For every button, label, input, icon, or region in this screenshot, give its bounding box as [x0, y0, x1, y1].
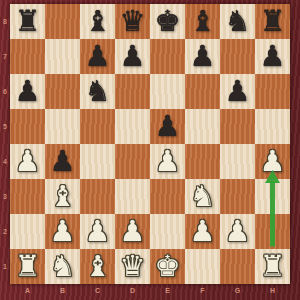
file-label-g: G	[220, 284, 255, 300]
file-label-f: F	[185, 284, 220, 300]
square-f1[interactable]	[185, 249, 220, 284]
square-d8[interactable]: ♛	[115, 4, 150, 39]
square-h2[interactable]	[255, 214, 290, 249]
piece-wP-e4[interactable]: ♟	[155, 144, 181, 179]
square-d1[interactable]: ♛	[115, 249, 150, 284]
piece-bK-e8[interactable]: ♚	[155, 4, 181, 39]
square-e7[interactable]	[150, 39, 185, 74]
square-f5[interactable]	[185, 109, 220, 144]
square-c2[interactable]: ♟	[80, 214, 115, 249]
piece-wK-e1[interactable]: ♚	[155, 249, 181, 284]
square-h1[interactable]: ♜	[255, 249, 290, 284]
piece-wB-b3[interactable]: ♝	[50, 179, 76, 214]
piece-bP-f7[interactable]: ♟	[190, 39, 216, 74]
square-f4[interactable]	[185, 144, 220, 179]
piece-bP-g6[interactable]: ♟	[225, 74, 251, 109]
rank-label-6: 6	[0, 74, 10, 109]
square-f8[interactable]: ♝	[185, 4, 220, 39]
square-d4[interactable]	[115, 144, 150, 179]
square-h6[interactable]	[255, 74, 290, 109]
piece-wN-b1[interactable]: ♞	[50, 249, 76, 284]
rank-labels: 87654321	[0, 4, 10, 284]
piece-bP-d7[interactable]: ♟	[120, 39, 146, 74]
rank-label-2: 2	[0, 214, 10, 249]
square-h7[interactable]: ♟	[255, 39, 290, 74]
rank-label-8: 8	[0, 4, 10, 39]
square-f3[interactable]: ♞	[185, 179, 220, 214]
square-e5[interactable]: ♟	[150, 109, 185, 144]
square-c6[interactable]: ♞	[80, 74, 115, 109]
file-label-a: A	[10, 284, 45, 300]
square-b5[interactable]	[45, 109, 80, 144]
square-g7[interactable]	[220, 39, 255, 74]
chessboard-frame: 87654321 ♜♝♛♚♝♞♜♟♟♟♟♟♞♟♟♟♟♟♟♝♞♟♟♟♟♟♜♞♝♛♚…	[0, 0, 300, 300]
file-label-e: E	[150, 284, 185, 300]
rank-label-3: 3	[0, 179, 10, 214]
square-c8[interactable]: ♝	[80, 4, 115, 39]
square-d5[interactable]	[115, 109, 150, 144]
square-d6[interactable]	[115, 74, 150, 109]
rank-label-5: 5	[0, 109, 10, 144]
piece-wR-a1[interactable]: ♜	[15, 249, 41, 284]
square-g3[interactable]	[220, 179, 255, 214]
square-f7[interactable]: ♟	[185, 39, 220, 74]
square-e2[interactable]	[150, 214, 185, 249]
file-label-d: D	[115, 284, 150, 300]
square-c1[interactable]: ♝	[80, 249, 115, 284]
square-a8[interactable]: ♜	[10, 4, 45, 39]
square-b8[interactable]	[45, 4, 80, 39]
piece-wB-c1[interactable]: ♝	[85, 249, 111, 284]
piece-bN-g8[interactable]: ♞	[225, 4, 251, 39]
square-g4[interactable]	[220, 144, 255, 179]
file-label-h: H	[255, 284, 290, 300]
square-c7[interactable]: ♟	[80, 39, 115, 74]
square-b2[interactable]: ♟	[45, 214, 80, 249]
piece-wP-a4[interactable]: ♟	[15, 144, 41, 179]
piece-wP-h4[interactable]: ♟	[260, 144, 286, 179]
square-g5[interactable]	[220, 109, 255, 144]
square-g1[interactable]	[220, 249, 255, 284]
square-c3[interactable]	[80, 179, 115, 214]
piece-bR-h8[interactable]: ♜	[260, 4, 286, 39]
piece-wP-d2[interactable]: ♟	[120, 214, 146, 249]
square-d3[interactable]	[115, 179, 150, 214]
piece-wQ-d1[interactable]: ♛	[120, 249, 146, 284]
square-h3[interactable]	[255, 179, 290, 214]
square-a1[interactable]: ♜	[10, 249, 45, 284]
square-d2[interactable]: ♟	[115, 214, 150, 249]
square-a5[interactable]	[10, 109, 45, 144]
file-label-c: C	[80, 284, 115, 300]
piece-bB-f8[interactable]: ♝	[190, 4, 216, 39]
piece-bP-e5[interactable]: ♟	[155, 109, 181, 144]
piece-wR-h1[interactable]: ♜	[260, 249, 286, 284]
square-e6[interactable]	[150, 74, 185, 109]
square-a7[interactable]	[10, 39, 45, 74]
square-a4[interactable]: ♟	[10, 144, 45, 179]
square-a3[interactable]	[10, 179, 45, 214]
piece-wN-f3[interactable]: ♞	[190, 179, 216, 214]
piece-bQ-d8[interactable]: ♛	[120, 4, 146, 39]
file-label-b: B	[45, 284, 80, 300]
piece-wP-g2[interactable]: ♟	[225, 214, 251, 249]
piece-bP-a6[interactable]: ♟	[15, 74, 41, 109]
square-b1[interactable]: ♞	[45, 249, 80, 284]
piece-bP-c7[interactable]: ♟	[85, 39, 111, 74]
square-b7[interactable]	[45, 39, 80, 74]
piece-wP-f2[interactable]: ♟	[190, 214, 216, 249]
piece-bB-c8[interactable]: ♝	[85, 4, 111, 39]
rank-label-7: 7	[0, 39, 10, 74]
board-area: ♜♝♛♚♝♞♜♟♟♟♟♟♞♟♟♟♟♟♟♝♞♟♟♟♟♟♜♞♝♛♚♜	[10, 4, 290, 284]
square-e1[interactable]: ♚	[150, 249, 185, 284]
square-e3[interactable]	[150, 179, 185, 214]
square-g6[interactable]: ♟	[220, 74, 255, 109]
square-c5[interactable]	[80, 109, 115, 144]
piece-wP-c2[interactable]: ♟	[85, 214, 111, 249]
piece-bR-a8[interactable]: ♜	[15, 4, 41, 39]
rank-label-1: 1	[0, 249, 10, 284]
rank-label-4: 4	[0, 144, 10, 179]
piece-bP-h7[interactable]: ♟	[260, 39, 286, 74]
square-f2[interactable]: ♟	[185, 214, 220, 249]
square-b4[interactable]: ♟	[45, 144, 80, 179]
square-g2[interactable]: ♟	[220, 214, 255, 249]
square-e4[interactable]: ♟	[150, 144, 185, 179]
square-h8[interactable]: ♜	[255, 4, 290, 39]
square-b6[interactable]	[45, 74, 80, 109]
chess-board: ♜♝♛♚♝♞♜♟♟♟♟♟♞♟♟♟♟♟♟♝♞♟♟♟♟♟♜♞♝♛♚♜	[10, 4, 290, 284]
file-labels: ABCDEFGH	[10, 284, 290, 300]
piece-bP-b4[interactable]: ♟	[50, 144, 76, 179]
square-a6[interactable]: ♟	[10, 74, 45, 109]
square-e8[interactable]: ♚	[150, 4, 185, 39]
square-a2[interactable]	[10, 214, 45, 249]
square-c4[interactable]	[80, 144, 115, 179]
square-h5[interactable]	[255, 109, 290, 144]
square-d7[interactable]: ♟	[115, 39, 150, 74]
piece-bN-c6[interactable]: ♞	[85, 74, 111, 109]
square-b3[interactable]: ♝	[45, 179, 80, 214]
square-g8[interactable]: ♞	[220, 4, 255, 39]
piece-wP-b2[interactable]: ♟	[50, 214, 76, 249]
square-f6[interactable]	[185, 74, 220, 109]
square-h4[interactable]: ♟	[255, 144, 290, 179]
